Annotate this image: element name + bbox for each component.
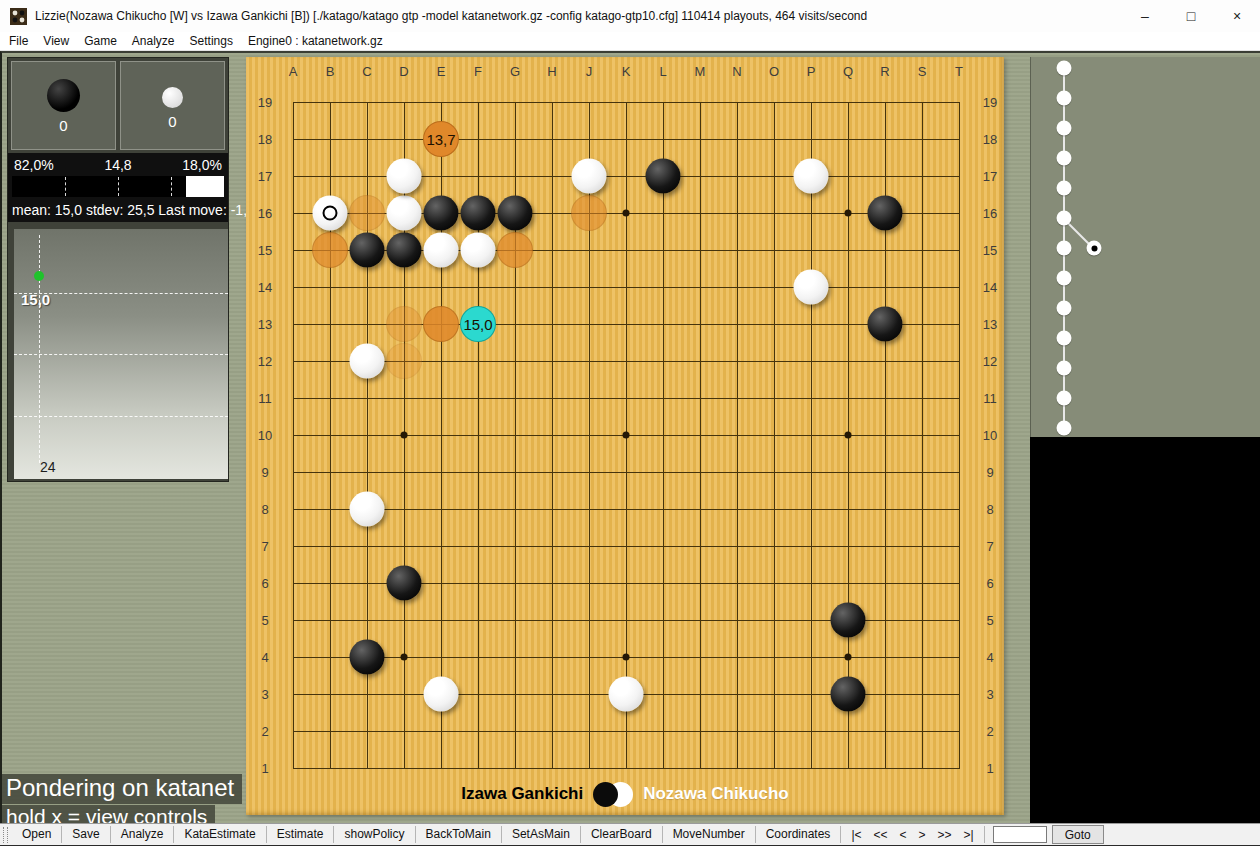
tree-node-10[interactable]	[1057, 361, 1072, 376]
col-label-r: R	[880, 64, 889, 79]
star-point-d4	[401, 654, 408, 661]
row-label-left-4: 4	[261, 650, 268, 665]
row-label-left-6: 6	[261, 576, 268, 591]
black-stone-d6	[387, 566, 422, 601]
black-captures-box: 0	[11, 61, 116, 150]
col-label-t: T	[955, 64, 963, 79]
graph-move-number: 24	[40, 459, 56, 475]
tree-node-4[interactable]	[1057, 181, 1072, 196]
col-label-j: J	[586, 64, 593, 79]
white-stone-p17	[794, 159, 829, 194]
white-stone-e3	[424, 677, 459, 712]
star-point-q4	[845, 654, 852, 661]
menu-item-file[interactable]: File	[9, 34, 28, 48]
black-stone-c4	[350, 640, 385, 675]
winrate-half-mark	[118, 177, 119, 196]
toolbar-button-clearboard[interactable]: ClearBoard	[581, 826, 663, 843]
row-label-right-16: 16	[983, 206, 997, 221]
row-label-right-7: 7	[986, 539, 993, 554]
row-label-left-13: 13	[258, 317, 272, 332]
goban[interactable]: ABCDEFGHJKLMNOPQRST191918181717161615151…	[246, 57, 1004, 815]
tree-node-7[interactable]	[1057, 271, 1072, 286]
toolbar-button-kataestimate[interactable]: KataEstimate	[174, 826, 266, 843]
star-point-q16	[845, 210, 852, 217]
winrate-white-segment	[186, 176, 224, 197]
row-label-right-5: 5	[986, 613, 993, 628]
goto-button[interactable]: Goto	[1052, 825, 1104, 844]
col-label-d: D	[399, 64, 408, 79]
variation-tree-empty-area	[1030, 437, 1260, 825]
tree-node-9[interactable]	[1057, 331, 1072, 346]
row-label-right-17: 17	[983, 169, 997, 184]
bottom-toolbar: OpenSaveAnalyzeKataEstimateEstimateshowP…	[0, 823, 1260, 846]
row-label-left-12: 12	[258, 354, 272, 369]
white-stone-e15	[424, 233, 459, 268]
col-label-e: E	[437, 64, 446, 79]
col-label-k: K	[622, 64, 631, 79]
star-point-q10	[845, 432, 852, 439]
main-content: 0 0 82,0% 14,8 18,0%	[0, 51, 1260, 823]
nav-back-button[interactable]: <	[894, 828, 913, 842]
close-button[interactable]: ×	[1214, 0, 1260, 32]
star-point-k10	[623, 432, 630, 439]
row-label-left-11: 11	[258, 391, 272, 406]
col-label-c: C	[362, 64, 371, 79]
player-caption: Izawa Gankichi Nozawa Chikucho	[246, 780, 1004, 808]
player-stones-icon	[593, 782, 633, 807]
white-stone-c12	[350, 344, 385, 379]
maximize-button[interactable]: □	[1168, 0, 1214, 32]
col-label-g: G	[510, 64, 520, 79]
row-label-right-10: 10	[983, 428, 997, 443]
suggested-move-e13[interactable]	[423, 306, 459, 342]
black-stone-q5	[831, 603, 866, 638]
toolbar-button-movenumber[interactable]: MoveNumber	[663, 826, 756, 843]
nav-first-button[interactable]: |<	[845, 828, 867, 842]
winrate-quarter-mark	[65, 177, 66, 196]
black-winrate-label: 82,0%	[14, 157, 54, 173]
toolbar-button-analyze[interactable]: Analyze	[111, 826, 175, 843]
nav-forward10-button[interactable]: >>	[932, 828, 958, 842]
white-player-name: Nozawa Chikucho	[643, 784, 788, 804]
black-stone-l17	[646, 159, 681, 194]
toolbar-button-estimate[interactable]: Estimate	[267, 826, 335, 843]
row-label-right-18: 18	[983, 132, 997, 147]
menu-item-view[interactable]: View	[43, 34, 69, 48]
suggested-move-g15[interactable]	[497, 232, 533, 268]
lizzie-window: Lizzie(Nozawa Chikucho [W] vs Izawa Gank…	[0, 0, 1260, 846]
black-stone-e16	[424, 196, 459, 231]
col-label-p: P	[807, 64, 816, 79]
row-label-left-1: 1	[261, 761, 268, 776]
goto-move-input[interactable]	[993, 826, 1047, 843]
star-point-k4	[623, 654, 630, 661]
row-label-right-6: 6	[986, 576, 993, 591]
white-stone-f15	[461, 233, 496, 268]
tree-node-12[interactable]	[1057, 421, 1072, 436]
row-label-left-7: 7	[261, 539, 268, 554]
row-label-right-4: 4	[986, 650, 993, 665]
row-label-left-17: 17	[258, 169, 272, 184]
title-bar: Lizzie(Nozawa Chikucho [W] vs Izawa Gank…	[0, 0, 1260, 32]
col-label-n: N	[732, 64, 741, 79]
white-captures-box: 0	[120, 61, 225, 150]
black-stone-icon	[47, 79, 80, 112]
last-move-marker	[323, 206, 338, 221]
toolbar-button-backtomain[interactable]: BackToMain	[416, 826, 502, 843]
score-lead-label: 14,8	[104, 157, 131, 173]
row-label-left-8: 8	[261, 502, 268, 517]
row-label-right-11: 11	[983, 391, 997, 406]
tree-current-marker	[1091, 245, 1097, 251]
row-label-left-9: 9	[261, 465, 268, 480]
navigation-group: |<<<<>>>>|	[845, 826, 984, 843]
toolbar-button-save[interactable]: Save	[62, 826, 110, 843]
score-stats-line: mean: 15,0 stdev: 25,5 Last move: -1,4%	[8, 197, 228, 218]
white-stone-j17	[572, 159, 607, 194]
best-move-f13[interactable]: 15,0	[460, 306, 496, 342]
col-label-b: B	[326, 64, 335, 79]
toolbar-button-open[interactable]: Open	[12, 826, 62, 843]
app-icon	[10, 8, 27, 25]
black-stone-r13	[868, 307, 903, 342]
row-label-left-2: 2	[261, 724, 268, 739]
row-label-right-13: 13	[983, 317, 997, 332]
col-label-h: H	[547, 64, 556, 79]
black-player-name: Izawa Gankichi	[461, 784, 583, 804]
black-stone-c15	[350, 233, 385, 268]
col-label-o: O	[769, 64, 779, 79]
row-label-right-3: 3	[986, 687, 993, 702]
suggested-move-j16[interactable]	[571, 195, 607, 231]
star-point-k16	[623, 210, 630, 217]
winrate-threequarter-mark	[171, 177, 172, 196]
row-label-right-8: 8	[986, 502, 993, 517]
black-stone-f16	[461, 196, 496, 231]
col-label-a: A	[289, 64, 298, 79]
row-label-left-19: 19	[258, 95, 272, 110]
black-stone-r16	[868, 196, 903, 231]
row-label-right-19: 19	[983, 95, 997, 110]
menu-bar: FileViewGameAnalyzeSettingsEngine0 : kat…	[0, 32, 1260, 51]
variation-tree-panel[interactable]	[1030, 57, 1260, 437]
col-label-s: S	[918, 64, 927, 79]
col-label-q: Q	[843, 64, 853, 79]
menu-item-analyze[interactable]: Analyze	[132, 34, 175, 48]
toolbar-button-showpolicy[interactable]: showPolicy	[334, 826, 415, 843]
row-label-left-14: 14	[258, 280, 272, 295]
nav-forward-button[interactable]: >	[913, 828, 932, 842]
pondering-status: Pondering on katanet	[2, 774, 242, 804]
graph-gridline	[14, 416, 228, 417]
graph-current-move-line	[39, 235, 40, 463]
suggested-move-e18[interactable]: 13,7	[423, 121, 459, 157]
white-stone-k3	[609, 677, 644, 712]
row-label-right-9: 9	[986, 465, 993, 480]
tree-node-0[interactable]	[1057, 61, 1072, 76]
suggested-move-c16[interactable]	[349, 195, 385, 231]
row-label-left-5: 5	[261, 613, 268, 628]
toolbar-grip[interactable]	[3, 827, 8, 843]
menu-item-settings[interactable]: Settings	[190, 34, 233, 48]
row-label-right-12: 12	[983, 354, 997, 369]
nav-back10-button[interactable]: <<	[868, 828, 894, 842]
black-stone-icon	[593, 782, 618, 807]
col-label-l: L	[659, 64, 666, 79]
tree-node-11[interactable]	[1057, 391, 1072, 406]
row-label-right-14: 14	[983, 280, 997, 295]
menu-item-game[interactable]: Game	[84, 34, 117, 48]
graph-current-point	[34, 271, 44, 281]
tree-node-current[interactable]	[1087, 241, 1102, 256]
analysis-panel: 0 0 82,0% 14,8 18,0%	[7, 57, 229, 482]
toolbar-button-coordinates[interactable]: Coordinates	[756, 826, 842, 843]
row-label-left-16: 16	[258, 206, 272, 221]
minimize-button[interactable]: –	[1122, 0, 1168, 32]
tree-node-8[interactable]	[1057, 301, 1072, 316]
row-label-right-2: 2	[986, 724, 993, 739]
row-label-right-1: 1	[986, 761, 993, 776]
winrate-section: 82,0% 14,8 18,0% mean: 15,0 stdev: 25,5 …	[8, 153, 228, 222]
row-label-left-3: 3	[261, 687, 268, 702]
tree-node-1[interactable]	[1057, 91, 1072, 106]
white-stone-c8	[350, 492, 385, 527]
tree-node-6[interactable]	[1057, 241, 1072, 256]
suggested-move-d12[interactable]	[386, 343, 422, 379]
graph-value-label: 15,0	[21, 291, 50, 308]
row-label-right-15: 15	[983, 243, 997, 258]
suggested-move-d13[interactable]	[386, 306, 422, 342]
white-stone-d16	[387, 196, 422, 231]
white-stone-p14	[794, 270, 829, 305]
white-stone-d17	[387, 159, 422, 194]
row-label-left-18: 18	[258, 132, 272, 147]
window-title: Lizzie(Nozawa Chikucho [W] vs Izawa Gank…	[35, 9, 867, 23]
white-stone-icon	[162, 87, 183, 108]
black-stone-g16	[498, 196, 533, 231]
menu-item-engine0[interactable]: Engine0 : katanetwork.gz	[248, 34, 383, 48]
white-capture-count: 0	[168, 113, 176, 130]
col-label-m: M	[695, 64, 706, 79]
nav-last-button[interactable]: >|	[958, 828, 980, 842]
star-point-d10	[401, 432, 408, 439]
row-label-left-10: 10	[258, 428, 272, 443]
tree-node-5[interactable]	[1057, 211, 1072, 226]
tree-node-2[interactable]	[1057, 121, 1072, 136]
toolbar-button-setasmain[interactable]: SetAsMain	[502, 826, 581, 843]
col-label-f: F	[474, 64, 482, 79]
row-label-left-15: 15	[258, 243, 272, 258]
black-stone-q3	[831, 677, 866, 712]
graph-gridline	[14, 354, 228, 355]
winrate-bar	[12, 176, 224, 197]
winrate-graph[interactable]: 15,0 24	[14, 229, 228, 479]
white-winrate-label: 18,0%	[182, 157, 222, 173]
black-stone-d15	[387, 233, 422, 268]
tree-node-3[interactable]	[1057, 151, 1072, 166]
black-capture-count: 0	[59, 117, 67, 134]
suggested-move-b15[interactable]	[312, 232, 348, 268]
